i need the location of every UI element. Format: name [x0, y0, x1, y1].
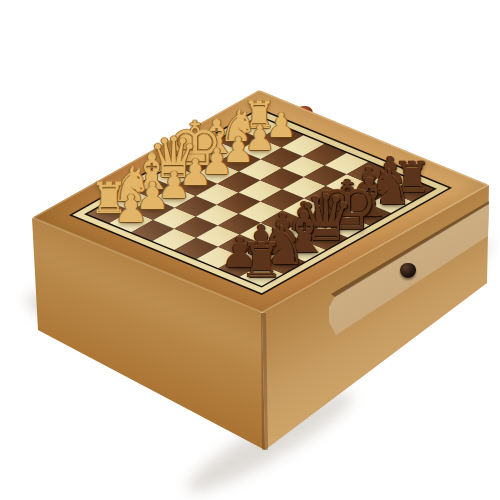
- drawer-knob-icon: [400, 263, 416, 278]
- chess-set-product-photo: ♜♞♝♛♚♝♞♜♟♟♟♟♟♟♟♟♟♟♟♟♟♟♟♟♜♞♝♛♚♝♞♜: [0, 0, 500, 500]
